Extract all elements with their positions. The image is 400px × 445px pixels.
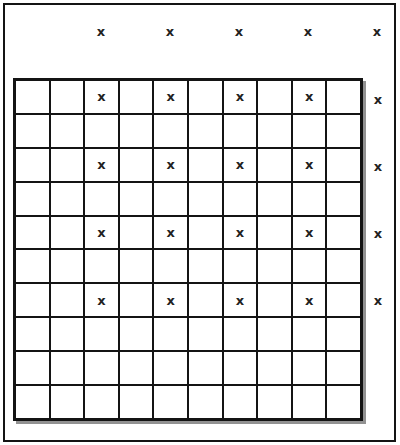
grid-cell [154, 386, 187, 418]
grid-cell [189, 149, 222, 181]
grid-cell-marked: x [85, 217, 118, 249]
grid-cell [224, 183, 257, 215]
grid-cell [16, 149, 49, 181]
grid-cell [51, 81, 84, 113]
grid-cell [154, 352, 187, 384]
grid-cell [120, 318, 153, 350]
grid-cell [189, 81, 222, 113]
grid-cell [258, 81, 291, 113]
grid-cell [293, 352, 326, 384]
grid-cell [85, 386, 118, 418]
grid-cell [85, 115, 118, 147]
grid-cell [51, 115, 84, 147]
grid-cell-marked: x [293, 81, 326, 113]
grid-cell [189, 217, 222, 249]
grid-cell [189, 318, 222, 350]
grid-cell [16, 318, 49, 350]
grid-cell [120, 81, 153, 113]
grid-cell-marked: x [85, 149, 118, 181]
grid-cell [327, 183, 360, 215]
grid-cell [327, 217, 360, 249]
grid-cell [120, 386, 153, 418]
grid-cell [189, 115, 222, 147]
grid-cell [16, 386, 49, 418]
grid-cell [16, 81, 49, 113]
grid-cell [293, 183, 326, 215]
grid-cell [293, 250, 326, 282]
x-mark-right: x [374, 93, 382, 106]
grid-cell [154, 115, 187, 147]
grid-cell [258, 284, 291, 316]
grid-cell [189, 386, 222, 418]
grid-cell [224, 352, 257, 384]
grid-cell [120, 352, 153, 384]
grid-cell [189, 284, 222, 316]
grid-cell [120, 115, 153, 147]
grid-cell [154, 250, 187, 282]
grid-cell [120, 217, 153, 249]
grid-cell-marked: x [85, 284, 118, 316]
grid-cell [85, 318, 118, 350]
grid-cell [51, 183, 84, 215]
grid-cell [327, 115, 360, 147]
grid-cell [51, 284, 84, 316]
grid-cell [189, 352, 222, 384]
grid-cell [51, 318, 84, 350]
grid-cell [154, 183, 187, 215]
grid-cell [327, 386, 360, 418]
x-mark-top: x [235, 25, 243, 38]
grid-cell [224, 250, 257, 282]
grid-cell [51, 250, 84, 282]
grid-cell [16, 250, 49, 282]
grid-cell [16, 183, 49, 215]
grid-cell-marked: x [224, 217, 257, 249]
grid-cell [16, 115, 49, 147]
grid-cell [327, 149, 360, 181]
grid-cell [51, 352, 84, 384]
grid-cell-marked: x [154, 284, 187, 316]
grid-cell [327, 352, 360, 384]
grid-cell-marked: x [293, 284, 326, 316]
grid-cell [258, 183, 291, 215]
grid-cell [258, 386, 291, 418]
x-mark-top: x [97, 25, 105, 38]
x-mark-right: x [374, 227, 382, 240]
grid-cell [16, 352, 49, 384]
grid-cell [189, 250, 222, 282]
grid-cell [258, 115, 291, 147]
grid-cell-marked: x [154, 81, 187, 113]
grid-cell [85, 352, 118, 384]
grid-cell [85, 183, 118, 215]
grid-cell [224, 318, 257, 350]
board-grid: xxxxxxxxxxxxxxxx [13, 78, 363, 421]
grid-cell [258, 217, 291, 249]
grid-cell [51, 386, 84, 418]
x-mark-right: x [374, 294, 382, 307]
grid-cell [327, 318, 360, 350]
grid-cell [224, 115, 257, 147]
grid-cell-marked: x [154, 217, 187, 249]
grid-cell [120, 149, 153, 181]
grid-cell [16, 284, 49, 316]
grid-cell [120, 183, 153, 215]
grid-cell-marked: x [293, 149, 326, 181]
grid-cell [258, 149, 291, 181]
grid-cell [258, 352, 291, 384]
grid-cell [293, 318, 326, 350]
grid-cell [327, 250, 360, 282]
x-mark-right: x [374, 160, 382, 173]
grid-cell [224, 386, 257, 418]
grid-cell-marked: x [154, 149, 187, 181]
grid-cell-marked: x [224, 81, 257, 113]
page: x x x x x xxxxxxxxxxxxxxxx x x x x [0, 0, 400, 445]
grid-cell [16, 217, 49, 249]
grid-cell-marked: x [224, 149, 257, 181]
grid-cell [120, 284, 153, 316]
x-mark-top: x [166, 25, 174, 38]
grid-cell [189, 183, 222, 215]
grid-cell [293, 115, 326, 147]
grid-cell [85, 250, 118, 282]
grid-cell [293, 386, 326, 418]
grid-cell-marked: x [224, 284, 257, 316]
grid-cell [327, 81, 360, 113]
x-mark-top: x [304, 25, 312, 38]
grid-cell [120, 250, 153, 282]
grid-cell-marked: x [85, 81, 118, 113]
grid-cell-marked: x [293, 217, 326, 249]
grid-cell [258, 318, 291, 350]
grid-cell [51, 217, 84, 249]
grid-cell [327, 284, 360, 316]
x-mark-top: x [373, 25, 381, 38]
grid-cell [51, 149, 84, 181]
grid-cell [154, 318, 187, 350]
grid-cell [258, 250, 291, 282]
